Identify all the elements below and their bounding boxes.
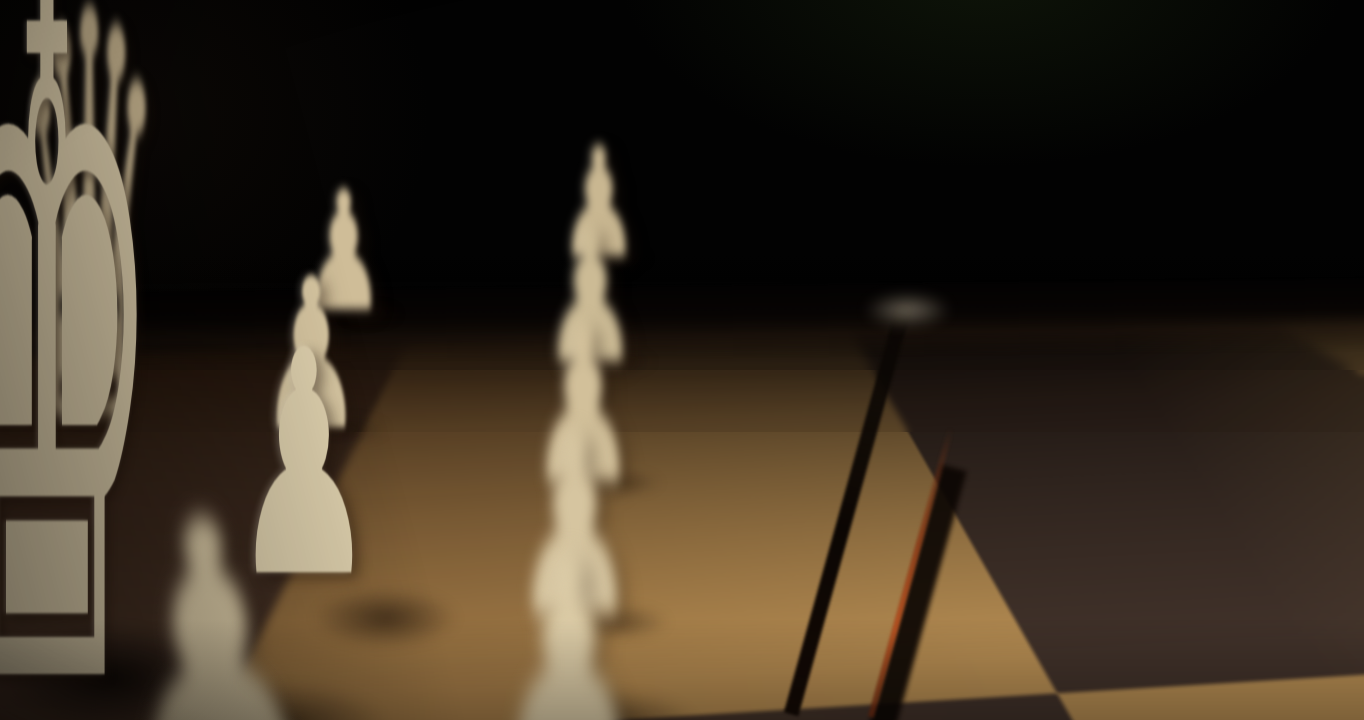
distant-piece-blur	[845, 286, 970, 334]
white-pawn-piece-left-near[interactable]: ♟	[92, 464, 336, 720]
board-far-edge	[0, 279, 1364, 366]
photo-scene: ♛ ♚ ♟ ♟ ♟ ♟ ♟ ♟ ♟ ♟ ♟	[0, 0, 1364, 720]
white-pawn-piece-center-5[interactable]: ♟	[494, 524, 645, 720]
